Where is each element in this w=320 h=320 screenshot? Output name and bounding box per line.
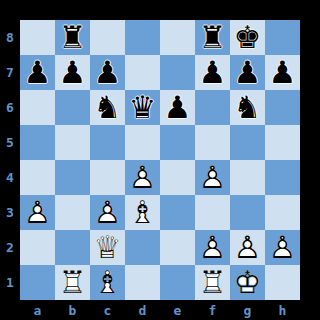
square-e6[interactable]: ♟ — [160, 90, 195, 125]
file-label-d: d — [125, 300, 160, 320]
white-pawn-piece[interactable]: ♟♙ — [20, 195, 55, 230]
black-pawn-piece[interactable]: ♟ — [195, 55, 230, 90]
square-d7[interactable] — [125, 55, 160, 90]
black-rook-piece[interactable]: ♜ — [55, 20, 90, 55]
square-g3[interactable] — [230, 195, 265, 230]
white-piece-outline: ♙ — [230, 230, 265, 265]
square-h5[interactable] — [265, 125, 300, 160]
square-c3[interactable]: ♟♙ — [90, 195, 125, 230]
square-g5[interactable] — [230, 125, 265, 160]
square-b5[interactable] — [55, 125, 90, 160]
black-rook-piece[interactable]: ♜ — [195, 20, 230, 55]
black-piece-glyph: ♟ — [195, 55, 230, 90]
square-h7[interactable]: ♟ — [265, 55, 300, 90]
square-f7[interactable]: ♟ — [195, 55, 230, 90]
square-g4[interactable] — [230, 160, 265, 195]
white-pawn-piece[interactable]: ♟♙ — [90, 195, 125, 230]
rank-label-2: 2 — [0, 230, 20, 265]
white-bishop-piece[interactable]: ♝♗ — [125, 195, 160, 230]
square-a6[interactable] — [20, 90, 55, 125]
white-piece-outline: ♖ — [55, 265, 90, 300]
square-d4[interactable]: ♟♙ — [125, 160, 160, 195]
black-piece-glyph: ♜ — [195, 20, 230, 55]
white-pawn-piece[interactable]: ♟♙ — [195, 160, 230, 195]
square-f6[interactable] — [195, 90, 230, 125]
black-piece-glyph: ♟ — [265, 55, 300, 90]
square-a5[interactable] — [20, 125, 55, 160]
file-label-b: b — [55, 300, 90, 320]
file-label-a: a — [20, 300, 55, 320]
file-label-c: c — [90, 300, 125, 320]
square-c1[interactable]: ♝♗ — [90, 265, 125, 300]
square-f2[interactable]: ♟♙ — [195, 230, 230, 265]
square-d6[interactable]: ♛ — [125, 90, 160, 125]
black-king-piece[interactable]: ♚ — [230, 20, 265, 55]
square-g7[interactable]: ♟ — [230, 55, 265, 90]
black-pawn-piece[interactable]: ♟ — [20, 55, 55, 90]
black-knight-piece[interactable]: ♞ — [230, 90, 265, 125]
rank-label-8: 8 — [0, 20, 20, 55]
white-piece-outline: ♗ — [125, 195, 160, 230]
white-pawn-piece[interactable]: ♟♙ — [265, 230, 300, 265]
square-e2[interactable] — [160, 230, 195, 265]
square-d1[interactable] — [125, 265, 160, 300]
square-b4[interactable] — [55, 160, 90, 195]
black-piece-glyph: ♟ — [230, 55, 265, 90]
square-e7[interactable] — [160, 55, 195, 90]
rank-label-5: 5 — [0, 125, 20, 160]
square-d2[interactable] — [125, 230, 160, 265]
white-piece-outline: ♙ — [125, 160, 160, 195]
square-g1[interactable]: ♚♔ — [230, 265, 265, 300]
square-g8[interactable]: ♚ — [230, 20, 265, 55]
square-d8[interactable] — [125, 20, 160, 55]
square-c5[interactable] — [90, 125, 125, 160]
rank-label-6: 6 — [0, 90, 20, 125]
square-c4[interactable] — [90, 160, 125, 195]
square-h2[interactable]: ♟♙ — [265, 230, 300, 265]
black-piece-glyph: ♜ — [55, 20, 90, 55]
white-bishop-piece[interactable]: ♝♗ — [90, 265, 125, 300]
white-piece-outline: ♖ — [195, 265, 230, 300]
square-f5[interactable] — [195, 125, 230, 160]
black-piece-glyph: ♟ — [55, 55, 90, 90]
square-e4[interactable] — [160, 160, 195, 195]
square-c6[interactable]: ♞ — [90, 90, 125, 125]
white-piece-outline: ♙ — [20, 195, 55, 230]
square-a7[interactable]: ♟ — [20, 55, 55, 90]
white-rook-piece[interactable]: ♜♖ — [55, 265, 90, 300]
square-a8[interactable] — [20, 20, 55, 55]
black-knight-piece[interactable]: ♞ — [90, 90, 125, 125]
black-pawn-piece[interactable]: ♟ — [230, 55, 265, 90]
square-h4[interactable] — [265, 160, 300, 195]
white-piece-outline: ♕ — [90, 230, 125, 265]
black-piece-glyph: ♟ — [160, 90, 195, 125]
square-a3[interactable]: ♟♙ — [20, 195, 55, 230]
white-piece-outline: ♙ — [265, 230, 300, 265]
chess-board[interactable]: ♜♜♚♟♟♟♟♟♟♞♛♟♞♟♙♟♙♟♙♟♙♝♗♛♕♟♙♟♙♟♙♜♖♝♗♜♖♚♔ — [20, 20, 300, 300]
white-piece-outline: ♔ — [230, 265, 265, 300]
black-piece-glyph: ♟ — [20, 55, 55, 90]
white-piece-outline: ♙ — [195, 230, 230, 265]
file-label-f: f — [195, 300, 230, 320]
square-c7[interactable]: ♟ — [90, 55, 125, 90]
square-b3[interactable] — [55, 195, 90, 230]
black-pawn-piece[interactable]: ♟ — [55, 55, 90, 90]
chess-board-diagram: 87654321 ♜♜♚♟♟♟♟♟♟♞♛♟♞♟♙♟♙♟♙♟♙♝♗♛♕♟♙♟♙♟♙… — [0, 0, 320, 320]
file-label-h: h — [265, 300, 300, 320]
square-e3[interactable] — [160, 195, 195, 230]
square-e1[interactable] — [160, 265, 195, 300]
black-piece-glyph: ♞ — [230, 90, 265, 125]
square-h1[interactable] — [265, 265, 300, 300]
black-piece-glyph: ♚ — [230, 20, 265, 55]
square-b7[interactable]: ♟ — [55, 55, 90, 90]
rank-labels: 87654321 — [0, 20, 20, 300]
rank-label-1: 1 — [0, 265, 20, 300]
square-a2[interactable] — [20, 230, 55, 265]
square-g6[interactable]: ♞ — [230, 90, 265, 125]
square-f4[interactable]: ♟♙ — [195, 160, 230, 195]
black-queen-piece[interactable]: ♛ — [125, 90, 160, 125]
black-pawn-piece[interactable]: ♟ — [160, 90, 195, 125]
black-piece-glyph: ♟ — [90, 55, 125, 90]
square-b6[interactable] — [55, 90, 90, 125]
square-g2[interactable]: ♟♙ — [230, 230, 265, 265]
white-queen-piece[interactable]: ♛♕ — [90, 230, 125, 265]
white-pawn-piece[interactable]: ♟♙ — [195, 230, 230, 265]
white-pawn-piece[interactable]: ♟♙ — [230, 230, 265, 265]
square-c8[interactable] — [90, 20, 125, 55]
white-piece-outline: ♙ — [195, 160, 230, 195]
black-pawn-piece[interactable]: ♟ — [90, 55, 125, 90]
square-h8[interactable] — [265, 20, 300, 55]
white-piece-outline: ♗ — [90, 265, 125, 300]
black-piece-glyph: ♞ — [90, 90, 125, 125]
square-f3[interactable] — [195, 195, 230, 230]
file-label-g: g — [230, 300, 265, 320]
square-e8[interactable] — [160, 20, 195, 55]
white-rook-piece[interactable]: ♜♖ — [195, 265, 230, 300]
square-f1[interactable]: ♜♖ — [195, 265, 230, 300]
square-f8[interactable]: ♜ — [195, 20, 230, 55]
square-d3[interactable]: ♝♗ — [125, 195, 160, 230]
white-pawn-piece[interactable]: ♟♙ — [125, 160, 160, 195]
square-h3[interactable] — [265, 195, 300, 230]
square-c2[interactable]: ♛♕ — [90, 230, 125, 265]
square-e5[interactable] — [160, 125, 195, 160]
rank-label-7: 7 — [0, 55, 20, 90]
square-h6[interactable] — [265, 90, 300, 125]
rank-label-3: 3 — [0, 195, 20, 230]
square-d5[interactable] — [125, 125, 160, 160]
black-piece-glyph: ♛ — [125, 90, 160, 125]
square-a4[interactable] — [20, 160, 55, 195]
white-king-piece[interactable]: ♚♔ — [230, 265, 265, 300]
file-label-e: e — [160, 300, 195, 320]
white-piece-outline: ♙ — [90, 195, 125, 230]
black-pawn-piece[interactable]: ♟ — [265, 55, 300, 90]
square-b2[interactable] — [55, 230, 90, 265]
file-labels: abcdefgh — [20, 300, 300, 320]
square-a1[interactable] — [20, 265, 55, 300]
square-b1[interactable]: ♜♖ — [55, 265, 90, 300]
rank-label-4: 4 — [0, 160, 20, 195]
square-b8[interactable]: ♜ — [55, 20, 90, 55]
